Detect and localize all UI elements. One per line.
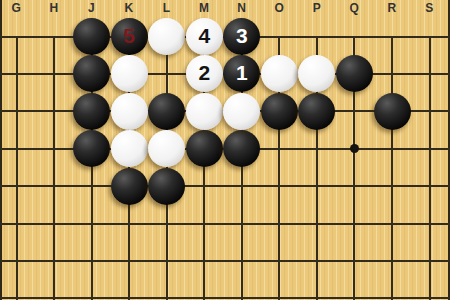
white-stone-L19 [148, 18, 185, 55]
white-stone-M19: 4 [186, 18, 223, 55]
coord-label-R: R [387, 1, 396, 15]
black-stone-R17 [374, 93, 411, 130]
board-left-edge [0, 0, 2, 300]
black-stone-K19: 5 [111, 18, 148, 55]
grid-vline-S [429, 36, 431, 300]
black-stone-N18: 1 [223, 55, 260, 92]
coord-label-S: S [425, 1, 434, 15]
grid-hline-15 [0, 185, 450, 187]
black-stone-N19: 3 [223, 18, 260, 55]
grid-vline-G [16, 36, 18, 300]
black-stone-L17 [148, 93, 185, 130]
black-stone-Q18 [336, 55, 373, 92]
go-board[interactable]: GHJKLMNOPQRS 53142 [0, 0, 450, 300]
black-stone-J16 [73, 130, 110, 167]
black-stone-L15 [148, 168, 185, 205]
white-stone-K18 [111, 55, 148, 92]
white-stone-M17 [186, 93, 223, 130]
grid-vline-H [53, 36, 55, 300]
coord-label-O: O [274, 1, 284, 15]
white-stone-P18 [298, 55, 335, 92]
white-stone-O18 [261, 55, 298, 92]
move-number-3: 3 [236, 25, 248, 46]
coord-label-N: N [237, 1, 246, 15]
black-stone-K15 [111, 168, 148, 205]
white-stone-N17 [223, 93, 260, 130]
black-stone-M16 [186, 130, 223, 167]
coord-label-G: G [12, 1, 22, 15]
move-number-5: 5 [123, 25, 135, 46]
grid-hline-12 [0, 297, 450, 299]
coord-label-P: P [313, 1, 322, 15]
move-number-4: 4 [198, 25, 210, 46]
black-stone-J19 [73, 18, 110, 55]
white-stone-K17 [111, 93, 148, 130]
black-stone-P17 [298, 93, 335, 130]
black-stone-O17 [261, 93, 298, 130]
grid-hline-13 [0, 260, 450, 262]
white-stone-L16 [148, 130, 185, 167]
coord-label-Q: Q [350, 1, 360, 15]
white-stone-K16 [111, 130, 148, 167]
move-number-2: 2 [198, 62, 210, 83]
grid-hline-14 [0, 223, 450, 225]
white-stone-M18: 2 [186, 55, 223, 92]
coord-label-K: K [125, 1, 134, 15]
grid-vline-R [391, 36, 393, 300]
black-stone-J18 [73, 55, 110, 92]
black-stone-N16 [223, 130, 260, 167]
black-stone-J17 [73, 93, 110, 130]
coord-label-H: H [49, 1, 58, 15]
coord-label-M: M [199, 1, 210, 15]
star-point-Q16 [350, 144, 359, 153]
move-number-1: 1 [236, 62, 248, 83]
coord-label-L: L [163, 1, 171, 15]
coord-label-J: J [88, 1, 95, 15]
